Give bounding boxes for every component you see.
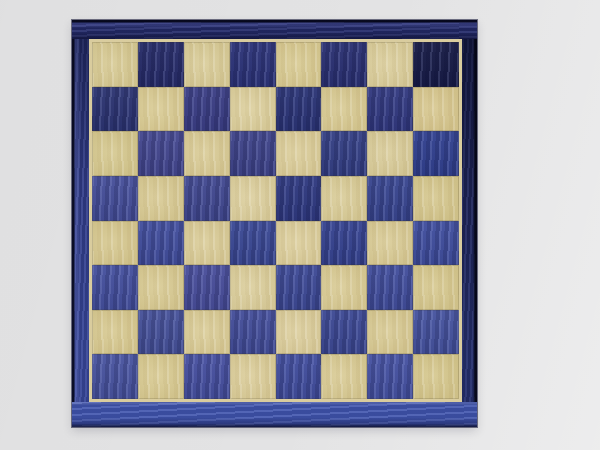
square-b3[interactable] — [138, 265, 184, 310]
square-e4[interactable] — [276, 221, 322, 266]
square-c6[interactable] — [184, 131, 230, 176]
square-h6[interactable] — [413, 131, 459, 176]
square-f8[interactable] — [321, 42, 367, 87]
square-b1[interactable] — [138, 354, 184, 399]
square-a5[interactable] — [92, 176, 138, 221]
square-f7[interactable] — [321, 87, 367, 132]
square-g2[interactable] — [367, 310, 413, 355]
square-g3[interactable] — [367, 265, 413, 310]
square-e7[interactable] — [276, 87, 322, 132]
square-b8[interactable] — [138, 42, 184, 87]
square-d5[interactable] — [230, 176, 276, 221]
square-g4[interactable] — [367, 221, 413, 266]
square-c3[interactable] — [184, 265, 230, 310]
square-f6[interactable] — [321, 131, 367, 176]
square-f1[interactable] — [321, 354, 367, 399]
square-a8[interactable] — [92, 42, 138, 87]
square-e6[interactable] — [276, 131, 322, 176]
square-g7[interactable] — [367, 87, 413, 132]
square-b6[interactable] — [138, 131, 184, 176]
square-g8[interactable] — [367, 42, 413, 87]
square-b4[interactable] — [138, 221, 184, 266]
board-frame-bottom — [72, 402, 477, 427]
photo-background — [0, 0, 600, 450]
square-c2[interactable] — [184, 310, 230, 355]
square-a3[interactable] — [92, 265, 138, 310]
square-d2[interactable] — [230, 310, 276, 355]
square-c1[interactable] — [184, 354, 230, 399]
square-e3[interactable] — [276, 265, 322, 310]
square-h1[interactable] — [413, 354, 459, 399]
square-h2[interactable] — [413, 310, 459, 355]
square-c8[interactable] — [184, 42, 230, 87]
square-e5[interactable] — [276, 176, 322, 221]
square-h8[interactable] — [413, 42, 459, 87]
square-b7[interactable] — [138, 87, 184, 132]
square-d7[interactable] — [230, 87, 276, 132]
square-f5[interactable] — [321, 176, 367, 221]
board-frame-top — [72, 20, 477, 39]
square-a2[interactable] — [92, 310, 138, 355]
square-a7[interactable] — [92, 87, 138, 132]
square-e1[interactable] — [276, 354, 322, 399]
square-a4[interactable] — [92, 221, 138, 266]
square-d1[interactable] — [230, 354, 276, 399]
square-c4[interactable] — [184, 221, 230, 266]
square-c7[interactable] — [184, 87, 230, 132]
square-a6[interactable] — [92, 131, 138, 176]
square-e8[interactable] — [276, 42, 322, 87]
square-h4[interactable] — [413, 221, 459, 266]
square-h3[interactable] — [413, 265, 459, 310]
square-d6[interactable] — [230, 131, 276, 176]
chess-board — [72, 20, 477, 427]
square-d8[interactable] — [230, 42, 276, 87]
square-d4[interactable] — [230, 221, 276, 266]
square-g1[interactable] — [367, 354, 413, 399]
square-f3[interactable] — [321, 265, 367, 310]
square-b5[interactable] — [138, 176, 184, 221]
square-f4[interactable] — [321, 221, 367, 266]
board-frame-left — [72, 39, 89, 402]
square-b2[interactable] — [138, 310, 184, 355]
square-g5[interactable] — [367, 176, 413, 221]
board-frame-right — [462, 39, 477, 402]
square-a1[interactable] — [92, 354, 138, 399]
squares-grid — [92, 42, 459, 399]
square-h7[interactable] — [413, 87, 459, 132]
square-f2[interactable] — [321, 310, 367, 355]
square-g6[interactable] — [367, 131, 413, 176]
board-inner-border — [89, 39, 462, 402]
square-c5[interactable] — [184, 176, 230, 221]
square-e2[interactable] — [276, 310, 322, 355]
square-h5[interactable] — [413, 176, 459, 221]
square-d3[interactable] — [230, 265, 276, 310]
